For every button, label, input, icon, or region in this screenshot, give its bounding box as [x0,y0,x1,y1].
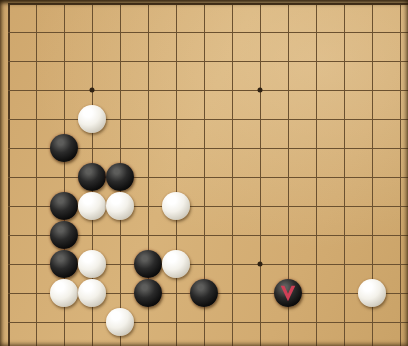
go-board[interactable] [0,0,408,346]
white-stone-G12[interactable] [162,192,190,220]
white-stone-E12[interactable] [106,192,134,220]
black-stone-H9[interactable] [190,279,218,307]
grid-line-row-3 [8,61,408,62]
star-point-K16 [258,88,263,93]
white-stone-C9[interactable] [50,279,78,307]
white-stone-D12[interactable] [78,192,106,220]
grid-line-col-15 [400,3,401,346]
black-stone-F10[interactable] [134,250,162,278]
grid-line-row-12 [8,322,408,323]
black-stone-D13[interactable] [78,163,106,191]
grid-line-row-2 [8,32,408,33]
grid-line-col-1 [8,3,10,346]
white-stone-D9[interactable] [78,279,106,307]
grid-line-col-10 [260,3,261,346]
black-stone-C10[interactable] [50,250,78,278]
white-stone-G10[interactable] [162,250,190,278]
grid-line-col-2 [36,3,37,346]
black-stone-C12[interactable] [50,192,78,220]
black-stone-F9[interactable] [134,279,162,307]
black-stone-C14[interactable] [50,134,78,162]
grid-line-row-4 [8,90,408,91]
star-point-K10 [258,262,263,267]
last-move-check-icon [276,281,300,305]
white-stone-D15[interactable] [78,105,106,133]
grid-line-col-12 [316,3,317,346]
grid-line-col-9 [232,3,233,346]
white-stone-D10[interactable] [78,250,106,278]
star-point-D16 [90,88,95,93]
grid-line-row-7 [8,177,408,178]
grid-line-row-1 [8,3,408,5]
grid-line-col-13 [344,3,345,346]
white-stone-O9[interactable] [358,279,386,307]
white-stone-E8[interactable] [106,308,134,336]
grid-line-row-5 [8,119,408,120]
grid-line-col-7 [176,3,177,346]
black-stone-L9[interactable] [274,279,302,307]
black-stone-C11[interactable] [50,221,78,249]
black-stone-E13[interactable] [106,163,134,191]
